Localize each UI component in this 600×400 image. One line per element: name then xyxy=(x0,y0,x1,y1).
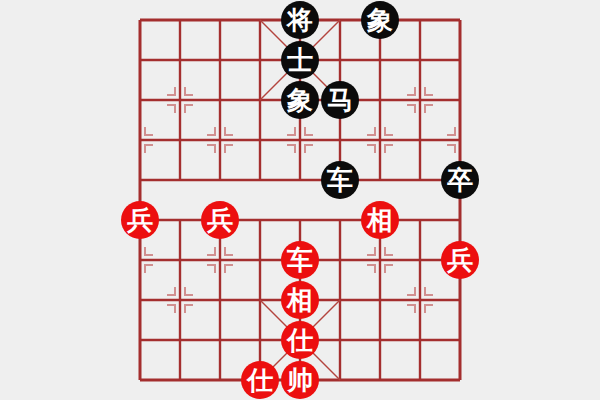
red-general[interactable]: 帅 xyxy=(281,361,319,399)
red-elephant[interactable]: 相 xyxy=(281,281,319,319)
black-horse[interactable]: 马 xyxy=(321,81,359,119)
black-chariot[interactable]: 车 xyxy=(321,161,359,199)
red-chariot[interactable]: 车 xyxy=(281,241,319,279)
black-advisor[interactable]: 士 xyxy=(281,41,319,79)
red-advisor[interactable]: 仕 xyxy=(241,361,279,399)
black-elephant[interactable]: 象 xyxy=(281,81,319,119)
xiangqi-board: 将象士象马车卒兵兵相车兵相仕仕帅 xyxy=(0,0,600,400)
black-soldier[interactable]: 卒 xyxy=(441,161,479,199)
black-general[interactable]: 将 xyxy=(281,1,319,39)
board-pieces: 将象士象马车卒兵兵相车兵相仕仕帅 xyxy=(120,0,480,400)
red-soldier[interactable]: 兵 xyxy=(441,241,479,279)
red-elephant[interactable]: 相 xyxy=(361,201,399,239)
red-soldier[interactable]: 兵 xyxy=(201,201,239,239)
black-elephant[interactable]: 象 xyxy=(361,1,399,39)
red-advisor[interactable]: 仕 xyxy=(281,321,319,359)
red-soldier[interactable]: 兵 xyxy=(121,201,159,239)
